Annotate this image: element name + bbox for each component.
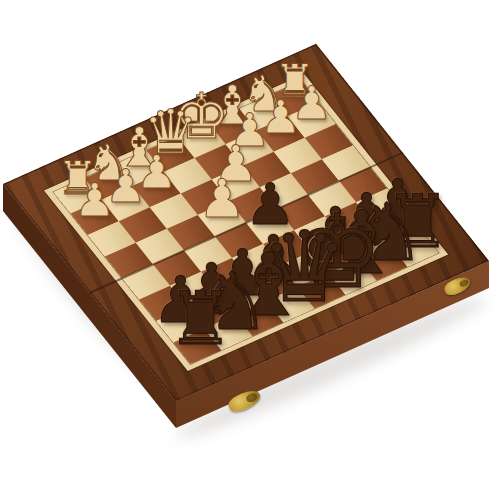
product-photo-stage: ♜♞♝♛♚♝♞♜♟♟♟♟♟♟♟♟♟♟♟♟♟♟♟♟♜♞♝♛♚♝♞♜ [0, 0, 500, 500]
board-plane: ♜♞♝♛♚♝♞♜♟♟♟♟♟♟♟♟♟♟♟♟♟♟♟♟♜♞♝♛♚♝♞♜ [3, 44, 489, 401]
